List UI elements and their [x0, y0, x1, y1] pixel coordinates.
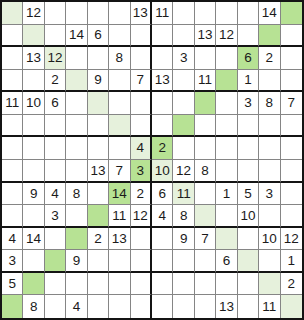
cell-r14c6[interactable] [109, 295, 130, 318]
cell-r1c10[interactable] [195, 2, 216, 25]
cell-r14c14[interactable] [281, 295, 302, 318]
cell-r1c5[interactable] [88, 2, 109, 25]
cell-r9c7-given[interactable]: 2 [131, 183, 152, 206]
cell-r4c12-given[interactable]: 1 [238, 70, 259, 93]
cell-r8c4[interactable] [66, 160, 87, 183]
cell-r6c7[interactable] [131, 115, 152, 138]
cell-r4c2[interactable] [23, 70, 44, 93]
cell-r9c14[interactable] [281, 183, 302, 206]
cell-r5c1-given[interactable]: 11 [2, 92, 23, 115]
cell-r6c6[interactable] [109, 115, 130, 138]
cell-r11c5-given[interactable]: 2 [88, 228, 109, 251]
cell-r2c1[interactable] [2, 25, 23, 48]
cell-r13c5[interactable] [88, 273, 109, 296]
cell-r7c9[interactable] [173, 137, 194, 160]
cell-r5c8[interactable] [152, 92, 173, 115]
cell-r10c6-given[interactable]: 11 [109, 205, 130, 228]
cell-r2c10-given[interactable]: 13 [195, 25, 216, 48]
sudoku-board: 1213111414613121312836229713111111063874… [0, 0, 304, 320]
cell-r11c2-given[interactable]: 14 [23, 228, 44, 251]
cell-r12c5[interactable] [88, 250, 109, 273]
cell-r6c13[interactable] [259, 115, 280, 138]
cell-r10c7-given[interactable]: 12 [131, 205, 152, 228]
cell-r11c4[interactable] [66, 228, 87, 251]
cell-r9c10[interactable] [195, 183, 216, 206]
cell-r7c12[interactable] [238, 137, 259, 160]
cell-r3c4[interactable] [66, 47, 87, 70]
cell-r7c6[interactable] [109, 137, 130, 160]
cell-r13c1-given[interactable]: 5 [2, 273, 23, 296]
cell-r14c13-given[interactable]: 11 [259, 295, 280, 318]
cell-r3c2-given[interactable]: 13 [23, 47, 44, 70]
cell-r8c3[interactable] [45, 160, 66, 183]
cell-r3c8[interactable] [152, 47, 173, 70]
cell-r2c6[interactable] [109, 25, 130, 48]
cell-r10c10[interactable] [195, 205, 216, 228]
cell-r6c11[interactable] [216, 115, 237, 138]
cell-r3c1[interactable] [2, 47, 23, 70]
cell-r11c7[interactable] [131, 228, 152, 251]
cell-r12c8[interactable] [152, 250, 173, 273]
cell-r3c6-given[interactable]: 8 [109, 47, 130, 70]
cell-r7c5[interactable] [88, 137, 109, 160]
cell-r2c8[interactable] [152, 25, 173, 48]
cell-r13c6[interactable] [109, 273, 130, 296]
cell-r4c6[interactable] [109, 70, 130, 93]
cell-r1c9[interactable] [173, 2, 194, 25]
cell-r9c11-given[interactable]: 1 [216, 183, 237, 206]
cell-r4c13[interactable] [259, 70, 280, 93]
cell-r10c12-given[interactable]: 10 [238, 205, 259, 228]
cell-r10c1[interactable] [2, 205, 23, 228]
cell-r10c2[interactable] [23, 205, 44, 228]
cell-r14c12[interactable] [238, 295, 259, 318]
cell-r14c1[interactable] [2, 295, 23, 318]
cell-r14c11-given[interactable]: 13 [216, 295, 237, 318]
cell-r11c1-given[interactable]: 4 [2, 228, 23, 251]
cell-r11c13-given[interactable]: 10 [259, 228, 280, 251]
cell-r2c14[interactable] [281, 25, 302, 48]
cell-r12c10[interactable] [195, 250, 216, 273]
cell-r5c7[interactable] [131, 92, 152, 115]
cell-r14c3[interactable] [45, 295, 66, 318]
cell-r7c4[interactable] [66, 137, 87, 160]
cell-r4c9[interactable] [173, 70, 194, 93]
cell-r2c3[interactable] [45, 25, 66, 48]
cell-r10c8-given[interactable]: 4 [152, 205, 173, 228]
cell-r9c13-given[interactable]: 3 [259, 183, 280, 206]
cell-r3c13-given[interactable]: 2 [259, 47, 280, 70]
cell-r6c9[interactable] [173, 115, 194, 138]
cell-r11c8[interactable] [152, 228, 173, 251]
cell-r12c6[interactable] [109, 250, 130, 273]
cell-r13c13[interactable] [259, 273, 280, 296]
cell-r2c11-given[interactable]: 12 [216, 25, 237, 48]
cell-r10c3-given[interactable]: 3 [45, 205, 66, 228]
cell-r5c6[interactable] [109, 92, 130, 115]
cell-r1c8-given[interactable]: 11 [152, 2, 173, 25]
cell-r7c1[interactable] [2, 137, 23, 160]
cell-r14c2-given[interactable]: 8 [23, 295, 44, 318]
cell-r2c13[interactable] [259, 25, 280, 48]
cell-r7c10[interactable] [195, 137, 216, 160]
cell-r9c9-given[interactable]: 11 [173, 183, 194, 206]
cell-r8c6-given[interactable]: 7 [109, 160, 130, 183]
cell-r13c11[interactable] [216, 273, 237, 296]
cell-r9c6-given[interactable]: 14 [109, 183, 130, 206]
cell-r14c8[interactable] [152, 295, 173, 318]
cell-r12c14-given[interactable]: 1 [281, 250, 302, 273]
cell-r12c11-given[interactable]: 6 [216, 250, 237, 273]
cell-r9c1[interactable] [2, 183, 23, 206]
cell-r7c3[interactable] [45, 137, 66, 160]
cell-r13c2[interactable] [23, 273, 44, 296]
cell-r1c11[interactable] [216, 2, 237, 25]
cell-r13c9[interactable] [173, 273, 194, 296]
cell-r4c7-given[interactable]: 7 [131, 70, 152, 93]
cell-r9c5[interactable] [88, 183, 109, 206]
cell-r3c10[interactable] [195, 47, 216, 70]
cell-r4c14[interactable] [281, 70, 302, 93]
cell-r8c2[interactable] [23, 160, 44, 183]
cell-r1c1[interactable] [2, 2, 23, 25]
cell-r10c13[interactable] [259, 205, 280, 228]
cell-r12c7[interactable] [131, 250, 152, 273]
cell-r3c9-given[interactable]: 3 [173, 47, 194, 70]
cell-r14c4-given[interactable]: 4 [66, 295, 87, 318]
cell-r5c5[interactable] [88, 92, 109, 115]
cell-r10c4[interactable] [66, 205, 87, 228]
cell-r2c9[interactable] [173, 25, 194, 48]
cell-r1c7-given[interactable]: 13 [131, 2, 152, 25]
cell-r2c2[interactable] [23, 25, 44, 48]
cell-r4c11[interactable] [216, 70, 237, 93]
cell-r3c3-given[interactable]: 12 [45, 47, 66, 70]
cell-r7c13[interactable] [259, 137, 280, 160]
cell-r12c13[interactable] [259, 250, 280, 273]
cell-r3c5[interactable] [88, 47, 109, 70]
cell-r4c8-given[interactable]: 13 [152, 70, 173, 93]
cell-r14c7[interactable] [131, 295, 152, 318]
cell-r10c5[interactable] [88, 205, 109, 228]
cell-r5c9[interactable] [173, 92, 194, 115]
cell-r9c2-given[interactable]: 9 [23, 183, 44, 206]
cell-r8c7-given[interactable]: 3 [131, 160, 152, 183]
cell-r8c13[interactable] [259, 160, 280, 183]
cell-r12c1-given[interactable]: 3 [2, 250, 23, 273]
cell-r8c5-given[interactable]: 13 [88, 160, 109, 183]
cell-r1c4[interactable] [66, 2, 87, 25]
cell-r8c1[interactable] [2, 160, 23, 183]
cell-r1c2-given[interactable]: 12 [23, 2, 44, 25]
cell-r5c14-given[interactable]: 7 [281, 92, 302, 115]
cell-r8c12[interactable] [238, 160, 259, 183]
cell-r13c7[interactable] [131, 273, 152, 296]
cell-r13c4[interactable] [66, 273, 87, 296]
cell-r6c5[interactable] [88, 115, 109, 138]
cell-r5c10[interactable] [195, 92, 216, 115]
cell-r2c4-given[interactable]: 14 [66, 25, 87, 48]
cell-r12c9[interactable] [173, 250, 194, 273]
cell-r1c14[interactable] [281, 2, 302, 25]
cell-r1c6[interactable] [109, 2, 130, 25]
cell-r11c6-given[interactable]: 13 [109, 228, 130, 251]
cell-r10c11[interactable] [216, 205, 237, 228]
cell-r2c12[interactable] [238, 25, 259, 48]
cell-r8c11[interactable] [216, 160, 237, 183]
cell-r7c14[interactable] [281, 137, 302, 160]
cell-r13c3[interactable] [45, 273, 66, 296]
cell-r5c3-given[interactable]: 6 [45, 92, 66, 115]
cell-r7c11[interactable] [216, 137, 237, 160]
cell-r7c7-given[interactable]: 4 [131, 137, 152, 160]
cell-r4c3-given[interactable]: 2 [45, 70, 66, 93]
cell-r1c13-given[interactable]: 14 [259, 2, 280, 25]
cell-r8c9-given[interactable]: 12 [173, 160, 194, 183]
cell-r9c8-given[interactable]: 6 [152, 183, 173, 206]
cell-r1c12[interactable] [238, 2, 259, 25]
cell-r12c2[interactable] [23, 250, 44, 273]
cell-r7c8-given[interactable]: 2 [152, 137, 173, 160]
cell-r10c14[interactable] [281, 205, 302, 228]
cell-r5c4[interactable] [66, 92, 87, 115]
cell-r11c12[interactable] [238, 228, 259, 251]
cell-r12c4-given[interactable]: 9 [66, 250, 87, 273]
cell-r12c12[interactable] [238, 250, 259, 273]
cell-r4c5-given[interactable]: 9 [88, 70, 109, 93]
cell-r4c4[interactable] [66, 70, 87, 93]
cell-r13c8[interactable] [152, 273, 173, 296]
cell-r5c11[interactable] [216, 92, 237, 115]
cell-r11c14-given[interactable]: 12 [281, 228, 302, 251]
cell-r14c5[interactable] [88, 295, 109, 318]
cell-r3c14[interactable] [281, 47, 302, 70]
cell-r11c3[interactable] [45, 228, 66, 251]
cell-r10c9-given[interactable]: 8 [173, 205, 194, 228]
cell-r9c3-given[interactable]: 4 [45, 183, 66, 206]
cell-r12c3[interactable] [45, 250, 66, 273]
cell-r6c4[interactable] [66, 115, 87, 138]
cell-r13c14-given[interactable]: 2 [281, 273, 302, 296]
cell-r1c3[interactable] [45, 2, 66, 25]
cell-r6c1[interactable] [2, 115, 23, 138]
cell-r6c14[interactable] [281, 115, 302, 138]
cell-r11c10-given[interactable]: 7 [195, 228, 216, 251]
cell-r4c10-given[interactable]: 11 [195, 70, 216, 93]
cell-r5c12-given[interactable]: 3 [238, 92, 259, 115]
cell-r8c10-given[interactable]: 8 [195, 160, 216, 183]
cell-r3c12-given[interactable]: 6 [238, 47, 259, 70]
cell-r3c7[interactable] [131, 47, 152, 70]
cell-r3c11[interactable] [216, 47, 237, 70]
cell-r7c2[interactable] [23, 137, 44, 160]
cell-r5c2-given[interactable]: 10 [23, 92, 44, 115]
cell-r13c10[interactable] [195, 273, 216, 296]
cell-r9c12-given[interactable]: 5 [238, 183, 259, 206]
cell-r8c8-given[interactable]: 10 [152, 160, 173, 183]
cell-r4c1[interactable] [2, 70, 23, 93]
cell-r11c11[interactable] [216, 228, 237, 251]
cell-r13c12[interactable] [238, 273, 259, 296]
cell-r14c9[interactable] [173, 295, 194, 318]
cell-r6c10[interactable] [195, 115, 216, 138]
cell-r6c2[interactable] [23, 115, 44, 138]
cell-r8c14[interactable] [281, 160, 302, 183]
cell-r9c4-given[interactable]: 8 [66, 183, 87, 206]
cell-r6c8[interactable] [152, 115, 173, 138]
cell-r14c10[interactable] [195, 295, 216, 318]
cell-r2c7[interactable] [131, 25, 152, 48]
cell-r2c5-given[interactable]: 6 [88, 25, 109, 48]
cell-r6c3[interactable] [45, 115, 66, 138]
cell-r6c12[interactable] [238, 115, 259, 138]
cell-r11c9-given[interactable]: 9 [173, 228, 194, 251]
cell-r5c13-given[interactable]: 8 [259, 92, 280, 115]
